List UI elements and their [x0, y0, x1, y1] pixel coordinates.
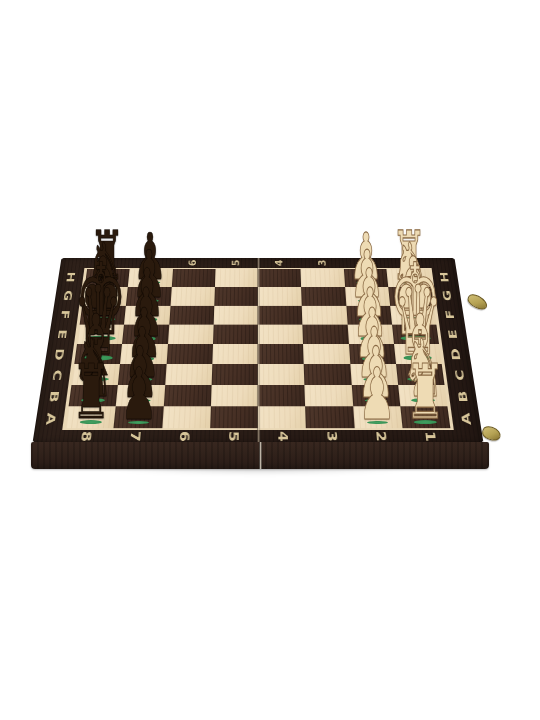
rank-label-1: 1	[404, 260, 414, 266]
brass-latch-icon	[465, 292, 489, 312]
file-label-cell: A	[35, 407, 66, 429]
square-h4	[258, 269, 301, 287]
square-f7	[124, 305, 170, 324]
file-label-cell: E	[48, 324, 77, 344]
square-d7	[120, 344, 167, 364]
file-label-cell: C	[445, 364, 475, 385]
rank-label-cell: 3	[307, 430, 357, 443]
square-g5	[214, 287, 258, 305]
square-c4	[258, 364, 305, 385]
box-front-face	[31, 442, 489, 469]
square-f1	[390, 305, 437, 324]
rank-label-cell: 8	[84, 258, 128, 268]
square-c7	[118, 364, 166, 385]
square-f6	[169, 305, 214, 324]
rank-label-cell: 6	[159, 430, 209, 443]
square-h1	[386, 269, 431, 287]
rank-label-cell: 5	[215, 258, 258, 268]
square-c5	[211, 364, 258, 385]
rank-label-cell: 5	[209, 430, 258, 443]
file-label-B: B	[47, 390, 60, 402]
square-h6	[171, 269, 215, 287]
file-label-cell: H	[432, 268, 459, 286]
square-f3	[302, 305, 347, 324]
square-a5	[210, 406, 258, 428]
rank-label-8: 8	[102, 260, 112, 266]
file-label-cell: B	[38, 386, 68, 408]
file-label-D: D	[450, 348, 463, 360]
rank-label-cell: 2	[344, 258, 388, 268]
brass-latch-icon	[480, 424, 502, 442]
chess-set-photo: HGFEDCBA HGFEDCBA 87654321 87654321 ♜♟♟♜…	[0, 0, 540, 720]
file-label-H: H	[439, 272, 451, 283]
square-b7	[116, 385, 165, 406]
rank-label-3: 3	[318, 260, 328, 266]
rank-label-cell: 1	[405, 430, 456, 443]
rank-label-5: 5	[232, 260, 242, 266]
file-label-cell: D	[442, 344, 471, 364]
file-label-A: A	[459, 412, 472, 424]
square-e8	[77, 324, 124, 344]
square-d2	[349, 344, 396, 364]
file-label-H: H	[65, 272, 77, 283]
file-label-C: C	[50, 369, 63, 380]
square-b2	[351, 385, 400, 406]
square-g3	[301, 287, 346, 305]
square-e3	[303, 324, 349, 344]
square-e4	[258, 324, 303, 344]
square-d8	[74, 344, 122, 364]
rank-label-7: 7	[145, 260, 155, 266]
square-b3	[305, 385, 353, 406]
file-label-cell: H	[57, 268, 84, 286]
file-label-D: D	[53, 348, 66, 360]
square-a7	[114, 406, 164, 428]
square-f4	[258, 305, 303, 324]
rank-label-4: 4	[276, 431, 289, 442]
rank-label-cell: 4	[258, 430, 307, 443]
square-h3	[301, 269, 345, 287]
square-d1	[394, 344, 442, 364]
square-a3	[305, 406, 354, 428]
square-h7	[128, 269, 173, 287]
rank-label-cell: 7	[128, 258, 172, 268]
file-label-cell: F	[437, 305, 465, 324]
file-label-F: F	[445, 310, 457, 319]
box-front-seam	[259, 442, 262, 469]
square-b5	[211, 385, 258, 406]
square-b4	[258, 385, 305, 406]
rank-label-cell: 3	[301, 258, 345, 268]
rank-label-6: 6	[188, 260, 198, 266]
square-f2	[346, 305, 392, 324]
file-label-E: E	[56, 329, 68, 339]
square-c2	[350, 364, 398, 385]
file-label-F: F	[59, 310, 71, 319]
rank-label-3: 3	[325, 431, 338, 442]
square-a4	[258, 406, 306, 428]
rank-label-7: 7	[128, 431, 142, 442]
square-a1	[400, 406, 450, 428]
square-c1	[396, 364, 445, 385]
file-label-E: E	[447, 329, 459, 339]
rank-label-1: 1	[423, 431, 437, 442]
rank-label-cell: 8	[60, 430, 111, 443]
file-label-cell: A	[451, 407, 482, 429]
file-label-cell: E	[439, 324, 468, 344]
file-label-cell: D	[45, 344, 74, 364]
square-a6	[162, 406, 211, 428]
file-label-G: G	[442, 290, 454, 301]
file-label-A: A	[43, 412, 56, 424]
square-h8	[85, 269, 130, 287]
fold-seam	[256, 258, 259, 443]
square-d4	[258, 344, 304, 364]
square-g8	[82, 287, 128, 305]
square-g6	[170, 287, 215, 305]
rank-label-6: 6	[178, 431, 191, 442]
square-g2	[345, 287, 390, 305]
square-d6	[166, 344, 213, 364]
square-g7	[126, 287, 171, 305]
file-label-G: G	[62, 290, 74, 301]
file-label-cell: B	[448, 386, 478, 408]
square-c6	[165, 364, 212, 385]
square-d3	[303, 344, 350, 364]
square-b1	[398, 385, 448, 406]
rank-label-5: 5	[227, 431, 240, 442]
square-e7	[122, 324, 169, 344]
rank-label-cell: 1	[387, 258, 431, 268]
square-f8	[80, 305, 127, 324]
file-label-cell: C	[41, 364, 71, 385]
square-e5	[213, 324, 258, 344]
square-h2	[343, 269, 388, 287]
square-a2	[353, 406, 403, 428]
chess-board: HGFEDCBA HGFEDCBA 87654321 87654321	[33, 258, 484, 443]
rank-label-cell: 2	[356, 430, 406, 443]
square-g4	[258, 287, 302, 305]
square-a8	[66, 406, 116, 428]
rank-label-cell: 7	[110, 430, 160, 443]
file-label-cell: G	[434, 286, 462, 305]
square-e2	[347, 324, 394, 344]
square-g1	[388, 287, 434, 305]
square-f5	[213, 305, 258, 324]
file-label-cell: F	[51, 305, 79, 324]
rank-label-cell: 4	[258, 258, 301, 268]
square-b8	[69, 385, 119, 406]
rank-label-4: 4	[275, 260, 285, 266]
square-e1	[392, 324, 439, 344]
file-label-B: B	[456, 390, 469, 402]
square-b6	[163, 385, 211, 406]
square-c3	[304, 364, 351, 385]
square-h5	[215, 269, 258, 287]
square-e6	[168, 324, 214, 344]
rank-label-2: 2	[361, 260, 371, 266]
square-c8	[71, 364, 120, 385]
file-label-C: C	[453, 369, 466, 380]
rank-label-8: 8	[79, 431, 93, 442]
square-d5	[212, 344, 258, 364]
file-label-cell: G	[54, 286, 82, 305]
rank-label-2: 2	[374, 431, 388, 442]
rank-label-cell: 6	[171, 258, 215, 268]
